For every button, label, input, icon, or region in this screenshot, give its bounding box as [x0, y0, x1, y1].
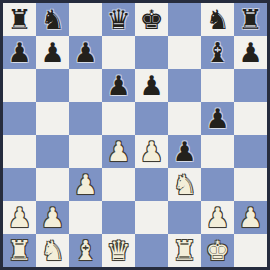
square-h6[interactable]: [234, 69, 267, 102]
square-d7[interactable]: [102, 36, 135, 69]
black-pawn-icon: ♟: [201, 102, 234, 135]
square-f4[interactable]: ♟: [168, 135, 201, 168]
square-f2[interactable]: [168, 201, 201, 234]
square-f6[interactable]: [168, 69, 201, 102]
square-c1[interactable]: ♝: [69, 234, 102, 267]
square-a5[interactable]: [3, 102, 36, 135]
white-pawn-icon: ♟: [69, 168, 102, 201]
square-e8[interactable]: ♚: [135, 3, 168, 36]
square-g3[interactable]: [201, 168, 234, 201]
square-d6[interactable]: ♟: [102, 69, 135, 102]
square-b3[interactable]: [36, 168, 69, 201]
square-a8[interactable]: ♜: [3, 3, 36, 36]
white-pawn-icon: ♟: [201, 201, 234, 234]
square-g2[interactable]: ♟: [201, 201, 234, 234]
white-queen-icon: ♛: [102, 234, 135, 267]
black-pawn-icon: ♟: [69, 36, 102, 69]
chessboard: ♜♞♛♚♞♜♟♟♟♝♟♟♟♟♟♟♟♟♞♟♟♟♟♜♞♝♛♜♚: [3, 3, 267, 267]
square-h7[interactable]: ♟: [234, 36, 267, 69]
black-king-icon: ♚: [135, 3, 168, 36]
square-h8[interactable]: ♜: [234, 3, 267, 36]
white-bishop-icon: ♝: [69, 234, 102, 267]
square-b8[interactable]: ♞: [36, 3, 69, 36]
black-bishop-icon: ♝: [201, 36, 234, 69]
white-pawn-icon: ♟: [36, 201, 69, 234]
white-king-icon: ♚: [201, 234, 234, 267]
square-c2[interactable]: [69, 201, 102, 234]
black-pawn-icon: ♟: [135, 69, 168, 102]
square-a2[interactable]: ♟: [3, 201, 36, 234]
square-f7[interactable]: [168, 36, 201, 69]
square-g8[interactable]: ♞: [201, 3, 234, 36]
square-f3[interactable]: ♞: [168, 168, 201, 201]
square-c7[interactable]: ♟: [69, 36, 102, 69]
square-e4[interactable]: ♟: [135, 135, 168, 168]
black-pawn-icon: ♟: [36, 36, 69, 69]
square-a7[interactable]: ♟: [3, 36, 36, 69]
square-c4[interactable]: [69, 135, 102, 168]
square-f1[interactable]: ♜: [168, 234, 201, 267]
square-c8[interactable]: [69, 3, 102, 36]
square-e5[interactable]: [135, 102, 168, 135]
square-b4[interactable]: [36, 135, 69, 168]
square-a3[interactable]: [3, 168, 36, 201]
white-rook-icon: ♜: [3, 234, 36, 267]
square-a1[interactable]: ♜: [3, 234, 36, 267]
square-e3[interactable]: [135, 168, 168, 201]
square-h3[interactable]: [234, 168, 267, 201]
square-f5[interactable]: [168, 102, 201, 135]
square-d1[interactable]: ♛: [102, 234, 135, 267]
square-g6[interactable]: [201, 69, 234, 102]
square-b1[interactable]: ♞: [36, 234, 69, 267]
chessboard-frame: ♜♞♛♚♞♜♟♟♟♝♟♟♟♟♟♟♟♟♞♟♟♟♟♜♞♝♛♜♚: [0, 0, 270, 270]
black-rook-icon: ♜: [3, 3, 36, 36]
black-knight-icon: ♞: [201, 3, 234, 36]
square-e1[interactable]: [135, 234, 168, 267]
square-e6[interactable]: ♟: [135, 69, 168, 102]
square-b2[interactable]: ♟: [36, 201, 69, 234]
square-c3[interactable]: ♟: [69, 168, 102, 201]
square-e2[interactable]: [135, 201, 168, 234]
square-c6[interactable]: [69, 69, 102, 102]
square-c5[interactable]: [69, 102, 102, 135]
square-g7[interactable]: ♝: [201, 36, 234, 69]
square-b7[interactable]: ♟: [36, 36, 69, 69]
square-a4[interactable]: [3, 135, 36, 168]
black-pawn-icon: ♟: [168, 135, 201, 168]
black-pawn-icon: ♟: [234, 36, 267, 69]
white-knight-icon: ♞: [36, 234, 69, 267]
square-b5[interactable]: [36, 102, 69, 135]
square-g1[interactable]: ♚: [201, 234, 234, 267]
square-g4[interactable]: [201, 135, 234, 168]
square-h5[interactable]: [234, 102, 267, 135]
square-h1[interactable]: [234, 234, 267, 267]
black-pawn-icon: ♟: [3, 36, 36, 69]
square-e7[interactable]: [135, 36, 168, 69]
square-d8[interactable]: ♛: [102, 3, 135, 36]
square-h4[interactable]: [234, 135, 267, 168]
square-h2[interactable]: ♟: [234, 201, 267, 234]
white-rook-icon: ♜: [168, 234, 201, 267]
square-g5[interactable]: ♟: [201, 102, 234, 135]
square-b6[interactable]: [36, 69, 69, 102]
square-d4[interactable]: ♟: [102, 135, 135, 168]
square-a6[interactable]: [3, 69, 36, 102]
white-pawn-icon: ♟: [135, 135, 168, 168]
black-knight-icon: ♞: [36, 3, 69, 36]
square-d5[interactable]: [102, 102, 135, 135]
square-f8[interactable]: [168, 3, 201, 36]
white-pawn-icon: ♟: [102, 135, 135, 168]
white-pawn-icon: ♟: [3, 201, 36, 234]
black-rook-icon: ♜: [234, 3, 267, 36]
white-pawn-icon: ♟: [234, 201, 267, 234]
square-d3[interactable]: [102, 168, 135, 201]
black-queen-icon: ♛: [102, 3, 135, 36]
black-pawn-icon: ♟: [102, 69, 135, 102]
square-d2[interactable]: [102, 201, 135, 234]
white-knight-icon: ♞: [168, 168, 201, 201]
